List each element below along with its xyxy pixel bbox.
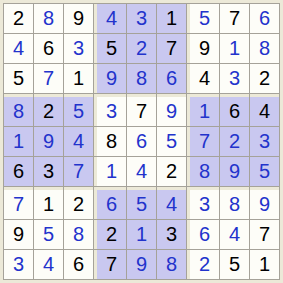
cell-r9c3[interactable]: 6 xyxy=(64,250,93,279)
cell-r1c6[interactable]: 1 xyxy=(157,4,186,33)
cell-r8c9[interactable]: 7 xyxy=(250,220,279,249)
cell-r8c3[interactable]: 8 xyxy=(64,220,93,249)
cell-r6c2[interactable]: 3 xyxy=(34,157,63,186)
cell-r9c4[interactable]: 7 xyxy=(94,250,126,279)
sudoku-board: 2894315764635279185719864328253791641948… xyxy=(3,3,280,280)
cell-r1c3[interactable]: 9 xyxy=(64,4,93,33)
cell-r9c1[interactable]: 3 xyxy=(4,250,33,279)
cell-r9c2[interactable]: 4 xyxy=(34,250,63,279)
cell-r5c8[interactable]: 2 xyxy=(220,127,249,156)
cell-r5c2[interactable]: 9 xyxy=(34,127,63,156)
cell-r2c2[interactable]: 6 xyxy=(34,34,63,63)
cell-r1c1[interactable]: 2 xyxy=(4,4,33,33)
cell-r5c7[interactable]: 7 xyxy=(187,127,219,156)
cell-r7c9[interactable]: 9 xyxy=(250,187,279,219)
cell-r8c2[interactable]: 5 xyxy=(34,220,63,249)
cell-r4c7[interactable]: 1 xyxy=(187,94,219,126)
cell-r9c7[interactable]: 2 xyxy=(187,250,219,279)
cell-r6c1[interactable]: 6 xyxy=(4,157,33,186)
cell-r3c1[interactable]: 5 xyxy=(4,64,33,93)
cell-r5c6[interactable]: 5 xyxy=(157,127,186,156)
cell-r3c4[interactable]: 9 xyxy=(94,64,126,93)
cell-r3c7[interactable]: 4 xyxy=(187,64,219,93)
cell-r5c1[interactable]: 1 xyxy=(4,127,33,156)
cell-r4c5[interactable]: 7 xyxy=(127,94,156,126)
cell-r6c4[interactable]: 1 xyxy=(94,157,126,186)
cell-r2c6[interactable]: 7 xyxy=(157,34,186,63)
cell-r8c6[interactable]: 3 xyxy=(157,220,186,249)
cell-r7c4[interactable]: 6 xyxy=(94,187,126,219)
cell-r1c4[interactable]: 4 xyxy=(94,4,126,33)
cell-r6c3[interactable]: 7 xyxy=(64,157,93,186)
cell-r4c9[interactable]: 4 xyxy=(250,94,279,126)
cell-r6c7[interactable]: 8 xyxy=(187,157,219,186)
cell-r5c9[interactable]: 3 xyxy=(250,127,279,156)
cell-r3c3[interactable]: 1 xyxy=(64,64,93,93)
cell-r4c6[interactable]: 9 xyxy=(157,94,186,126)
cell-r1c2[interactable]: 8 xyxy=(34,4,63,33)
cell-r7c1[interactable]: 7 xyxy=(4,187,33,219)
cell-r1c9[interactable]: 6 xyxy=(250,4,279,33)
cell-r1c8[interactable]: 7 xyxy=(220,4,249,33)
cell-r4c1[interactable]: 8 xyxy=(4,94,33,126)
cell-r3c6[interactable]: 6 xyxy=(157,64,186,93)
cell-r9c6[interactable]: 8 xyxy=(157,250,186,279)
cell-r8c1[interactable]: 9 xyxy=(4,220,33,249)
cell-r2c7[interactable]: 9 xyxy=(187,34,219,63)
cell-r3c8[interactable]: 3 xyxy=(220,64,249,93)
cell-r2c9[interactable]: 8 xyxy=(250,34,279,63)
cell-r5c4[interactable]: 8 xyxy=(94,127,126,156)
cell-r3c5[interactable]: 8 xyxy=(127,64,156,93)
cell-r2c3[interactable]: 3 xyxy=(64,34,93,63)
cell-r9c8[interactable]: 5 xyxy=(220,250,249,279)
cell-r3c2[interactable]: 7 xyxy=(34,64,63,93)
cell-r5c5[interactable]: 6 xyxy=(127,127,156,156)
cell-r6c8[interactable]: 9 xyxy=(220,157,249,186)
cell-r6c6[interactable]: 2 xyxy=(157,157,186,186)
cell-r6c9[interactable]: 5 xyxy=(250,157,279,186)
cell-r9c5[interactable]: 9 xyxy=(127,250,156,279)
cell-r7c3[interactable]: 2 xyxy=(64,187,93,219)
cell-r2c5[interactable]: 2 xyxy=(127,34,156,63)
cell-r1c5[interactable]: 3 xyxy=(127,4,156,33)
cell-r7c8[interactable]: 8 xyxy=(220,187,249,219)
cell-r4c2[interactable]: 2 xyxy=(34,94,63,126)
cell-r9c9[interactable]: 1 xyxy=(250,250,279,279)
cell-r8c8[interactable]: 4 xyxy=(220,220,249,249)
cell-r2c1[interactable]: 4 xyxy=(4,34,33,63)
cell-r4c3[interactable]: 5 xyxy=(64,94,93,126)
cell-r2c8[interactable]: 1 xyxy=(220,34,249,63)
cell-r4c4[interactable]: 3 xyxy=(94,94,126,126)
cell-r7c5[interactable]: 5 xyxy=(127,187,156,219)
cell-r7c6[interactable]: 4 xyxy=(157,187,186,219)
cell-r8c5[interactable]: 1 xyxy=(127,220,156,249)
sudoku-frame: 2894315764635279185719864328253791641948… xyxy=(0,0,283,283)
cell-r1c7[interactable]: 5 xyxy=(187,4,219,33)
cell-r6c5[interactable]: 4 xyxy=(127,157,156,186)
cell-r7c7[interactable]: 3 xyxy=(187,187,219,219)
cell-r8c7[interactable]: 6 xyxy=(187,220,219,249)
cell-r7c2[interactable]: 1 xyxy=(34,187,63,219)
cell-r8c4[interactable]: 2 xyxy=(94,220,126,249)
cell-r2c4[interactable]: 5 xyxy=(94,34,126,63)
cell-r5c3[interactable]: 4 xyxy=(64,127,93,156)
cell-r3c9[interactable]: 2 xyxy=(250,64,279,93)
cell-r4c8[interactable]: 6 xyxy=(220,94,249,126)
